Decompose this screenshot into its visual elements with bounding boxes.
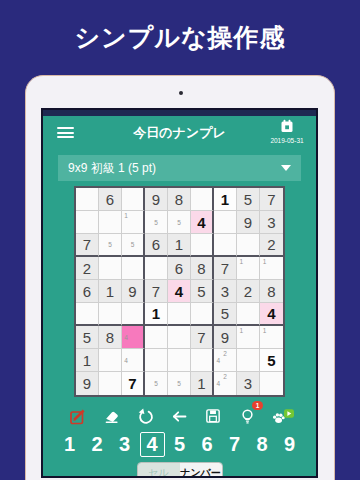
cell-r2c7[interactable] [214,211,237,234]
cell-r7c9[interactable]: 1 [260,326,283,349]
cell-r8c6[interactable] [191,349,214,372]
cell-r5c7[interactable]: 3 [214,280,237,303]
pencil-edit-icon [69,407,88,426]
level-selector-label: 9x9 初級 1 (5 pt) [68,160,281,177]
numpad-9[interactable]: 9 [277,432,302,457]
cell-r7c5[interactable] [168,326,191,349]
cell-r4c8[interactable]: 1 [237,257,260,280]
reward-video-button[interactable] [270,405,296,427]
chevron-down-icon [281,165,291,171]
cell-r1c9[interactable]: 7 [260,188,283,211]
cell-r6c2[interactable] [99,303,122,326]
cell-r6c5[interactable] [168,303,191,326]
pencil-marks: 5 [100,235,120,254]
cell-r9c8[interactable]: 3 [237,372,260,395]
app-screen: 今日のナンプレ 2019-05-31 9x9 初級 1 (5 pt) 69815… [41,108,318,478]
cell-r9c1[interactable]: 9 [76,372,99,395]
toolbar: 1 [43,403,316,429]
back-button[interactable] [168,405,190,427]
cell-r2c1[interactable] [76,211,99,234]
cell-r8c5[interactable] [168,349,191,372]
cell-r6c4[interactable]: 1 [145,303,168,326]
cell-r5c3[interactable]: 9 [122,280,145,303]
cell-r7c4[interactable] [145,326,168,349]
tab-cell-mode[interactable]: セル [138,463,180,478]
cell-r6c3[interactable] [122,303,145,326]
tablet-frame: 今日のナンプレ 2019-05-31 9x9 初級 1 (5 pt) 69815… [25,75,335,480]
numpad-4[interactable]: 4 [140,432,165,457]
cell-r5c1[interactable]: 6 [76,280,99,303]
cell-r3c1[interactable]: 7 [76,234,99,257]
input-mode-tabs: セル ナンバー [137,462,223,478]
undo-button[interactable] [135,405,157,427]
cell-r2c4[interactable]: 5 [145,211,168,234]
cell-r8c9[interactable]: 5 [260,349,283,372]
cell-r9c5[interactable]: 5 [168,372,191,395]
cell-r9c2[interactable] [99,372,122,395]
cell-r3c5[interactable]: 1 [168,234,191,257]
pencil-marks: 5 [169,373,189,394]
pencil-marks: 5 [146,373,166,394]
cell-r8c3[interactable]: 4 [122,349,145,372]
hint-button[interactable]: 1 [236,405,258,427]
level-selector[interactable]: 9x9 初級 1 (5 pt) [58,155,301,181]
cell-r6c7[interactable]: 5 [214,303,237,326]
cell-r7c8[interactable]: 1 [237,326,260,349]
cell-r1c6[interactable] [191,188,214,211]
cell-r7c1[interactable]: 5 [76,326,99,349]
cell-r6c6[interactable] [191,303,214,326]
cell-r9c4[interactable]: 5 [145,372,168,395]
cell-r5c2[interactable]: 1 [99,280,122,303]
camera-dot [179,91,183,95]
cell-r7c2[interactable]: 8 [99,326,122,349]
cell-r6c9[interactable]: 4 [260,303,283,326]
cell-r5c6[interactable]: 5 [191,280,214,303]
cell-r7c7[interactable]: 9 [214,326,237,349]
cell-r4c3[interactable] [122,257,145,280]
number-pad: 123456789 [43,430,316,458]
cell-r3c4[interactable]: 6 [145,234,168,257]
calendar-icon [280,119,294,133]
cell-r3c8[interactable] [237,234,260,257]
cell-r8c7[interactable]: 24 [214,349,237,372]
eraser-button[interactable] [101,405,123,427]
pencil-marks: 1 [238,258,258,278]
back-arrow-icon [170,407,189,426]
cell-r3c7[interactable] [214,234,237,257]
undo-icon [136,407,155,426]
cell-r1c5[interactable]: 8 [168,188,191,211]
cell-r4c5[interactable]: 6 [168,257,191,280]
pencil-marks: 5 [123,235,142,254]
pencil-marks: 24 [215,373,235,394]
hint-badge: 1 [252,401,263,410]
cell-r1c2[interactable]: 6 [99,188,122,211]
pencil-marks: 1 [261,258,282,278]
page-title: シンプルな操作感 [0,0,360,54]
cell-r2c9[interactable]: 3 [260,211,283,234]
cell-r4c2[interactable] [99,257,122,280]
cell-r2c6[interactable]: 4 [191,211,214,234]
numpad-3[interactable]: 3 [112,432,137,457]
cell-r5c5[interactable]: 4 [168,280,191,303]
cell-r6c8[interactable] [237,303,260,326]
cell-r4c9[interactable]: 1 [260,257,283,280]
cell-r4c7[interactable]: 7 [214,257,237,280]
cell-r9c9[interactable] [260,372,283,395]
cell-r4c1[interactable]: 2 [76,257,99,280]
cell-r1c4[interactable]: 9 [145,188,168,211]
cell-r9c6[interactable]: 1 [191,372,214,395]
save-floppy-icon [204,407,222,425]
pencil-marks: 24 [215,350,235,370]
paw-play-icon [271,407,295,426]
daily-calendar-button[interactable]: 2019-05-31 [266,119,308,144]
cell-r5c9[interactable]: 8 [260,280,283,303]
cell-r3c2[interactable]: 5 [99,234,122,257]
pencil-marks: 1 [123,212,142,232]
tab-number-mode[interactable]: ナンバー [180,463,222,478]
cell-r9c7[interactable]: 24 [214,372,237,395]
cell-r8c4[interactable] [145,349,168,372]
cell-r1c7[interactable]: 1 [214,188,237,211]
cell-r3c9[interactable]: 2 [260,234,283,257]
cell-r4c4[interactable] [145,257,168,280]
eraser-icon [102,407,121,426]
puzzle-date: 2019-05-31 [266,137,308,144]
cell-r1c3[interactable] [122,188,145,211]
cell-r7c6[interactable]: 7 [191,326,214,349]
cell-r4c6[interactable]: 8 [191,257,214,280]
numpad-1[interactable]: 1 [57,432,82,457]
cell-r2c3[interactable]: 1 [122,211,145,234]
cell-r2c5[interactable]: 5 [168,211,191,234]
pencil-marks: 1 [238,327,258,347]
numpad-6[interactable]: 6 [195,432,220,457]
numpad-2[interactable]: 2 [85,432,110,457]
pencil-marks: 5 [146,212,166,232]
pencil-marks: 4 [123,327,142,347]
cell-r9c3[interactable]: 7 [122,372,145,395]
pencil-marks: 4 [123,350,142,370]
note-mode-button[interactable] [67,405,89,427]
cell-r1c1[interactable] [76,188,99,211]
cell-r5c8[interactable]: 2 [237,280,260,303]
save-button[interactable] [202,405,224,427]
pencil-marks: 1 [261,327,282,347]
cell-r3c6[interactable] [191,234,214,257]
cell-r8c2[interactable] [99,349,122,372]
cell-r8c1[interactable]: 1 [76,349,99,372]
app-header: 今日のナンプレ 2019-05-31 [43,116,316,149]
cell-r1c8[interactable]: 5 [237,188,260,211]
cell-r2c2[interactable] [99,211,122,234]
pencil-marks: 5 [169,212,189,232]
numpad-5[interactable]: 5 [167,432,192,457]
cell-r6c1[interactable] [76,303,99,326]
cell-r3c3[interactable]: 5 [122,234,145,257]
numpad-8[interactable]: 8 [250,432,275,457]
cell-r2c8[interactable]: 9 [237,211,260,234]
cell-r8c8[interactable] [237,349,260,372]
sudoku-grid: 6981571554937556122687116197453281545847… [74,186,285,397]
cell-r5c4[interactable]: 7 [145,280,168,303]
numpad-7[interactable]: 7 [222,432,247,457]
cell-r7c3[interactable]: 4 [122,326,145,349]
